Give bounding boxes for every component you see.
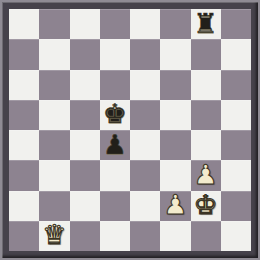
square-b2[interactable] (39, 191, 69, 221)
square-a8[interactable] (9, 9, 39, 39)
square-d6[interactable] (100, 70, 130, 100)
square-h5[interactable] (221, 100, 251, 130)
square-h8[interactable] (221, 9, 251, 39)
square-h3[interactable] (221, 160, 251, 190)
square-f2[interactable]: ♟ (160, 191, 190, 221)
square-a5[interactable] (9, 100, 39, 130)
square-c1[interactable] (70, 221, 100, 251)
piece-white-pawn[interactable]: ♟ (194, 161, 218, 188)
square-c2[interactable] (70, 191, 100, 221)
square-g5[interactable] (191, 100, 221, 130)
square-a1[interactable] (9, 221, 39, 251)
square-f8[interactable] (160, 9, 190, 39)
square-g7[interactable] (191, 39, 221, 69)
square-b7[interactable] (39, 39, 69, 69)
square-f3[interactable] (160, 160, 190, 190)
square-d2[interactable] (100, 191, 130, 221)
square-a7[interactable] (9, 39, 39, 69)
square-a3[interactable] (9, 160, 39, 190)
square-g3[interactable]: ♟ (191, 160, 221, 190)
square-a2[interactable] (9, 191, 39, 221)
square-g8[interactable]: ♜ (191, 9, 221, 39)
square-c6[interactable] (70, 70, 100, 100)
square-d3[interactable] (100, 160, 130, 190)
square-g4[interactable] (191, 130, 221, 160)
square-d5[interactable]: ♚ (100, 100, 130, 130)
square-f1[interactable] (160, 221, 190, 251)
square-h1[interactable] (221, 221, 251, 251)
square-h2[interactable] (221, 191, 251, 221)
chess-board-frame: ♜♚♟♟♟♚♛ (0, 0, 260, 260)
square-d4[interactable]: ♟ (100, 130, 130, 160)
square-b3[interactable] (39, 160, 69, 190)
square-g6[interactable] (191, 70, 221, 100)
square-b5[interactable] (39, 100, 69, 130)
square-e5[interactable] (130, 100, 160, 130)
square-f7[interactable] (160, 39, 190, 69)
square-h7[interactable] (221, 39, 251, 69)
square-h6[interactable] (221, 70, 251, 100)
square-d8[interactable] (100, 9, 130, 39)
square-d7[interactable] (100, 39, 130, 69)
square-a6[interactable] (9, 70, 39, 100)
square-e8[interactable] (130, 9, 160, 39)
square-g1[interactable] (191, 221, 221, 251)
square-b4[interactable] (39, 130, 69, 160)
square-e6[interactable] (130, 70, 160, 100)
square-c5[interactable] (70, 100, 100, 130)
square-c7[interactable] (70, 39, 100, 69)
square-c8[interactable] (70, 9, 100, 39)
square-e4[interactable] (130, 130, 160, 160)
square-e7[interactable] (130, 39, 160, 69)
square-e1[interactable] (130, 221, 160, 251)
square-d1[interactable] (100, 221, 130, 251)
chess-board: ♜♚♟♟♟♚♛ (9, 9, 251, 251)
square-c3[interactable] (70, 160, 100, 190)
piece-black-rook[interactable]: ♜ (194, 10, 218, 37)
square-f4[interactable] (160, 130, 190, 160)
piece-black-pawn[interactable]: ♟ (103, 131, 127, 158)
square-b8[interactable] (39, 9, 69, 39)
square-b6[interactable] (39, 70, 69, 100)
piece-white-pawn[interactable]: ♟ (163, 191, 187, 218)
piece-black-king[interactable]: ♚ (103, 100, 127, 127)
square-a4[interactable] (9, 130, 39, 160)
square-e3[interactable] (130, 160, 160, 190)
square-f6[interactable] (160, 70, 190, 100)
square-f5[interactable] (160, 100, 190, 130)
piece-white-king[interactable]: ♚ (194, 191, 218, 218)
square-b1[interactable]: ♛ (39, 221, 69, 251)
square-c4[interactable] (70, 130, 100, 160)
square-e2[interactable] (130, 191, 160, 221)
square-g2[interactable]: ♚ (191, 191, 221, 221)
square-h4[interactable] (221, 130, 251, 160)
piece-white-queen[interactable]: ♛ (42, 221, 66, 248)
